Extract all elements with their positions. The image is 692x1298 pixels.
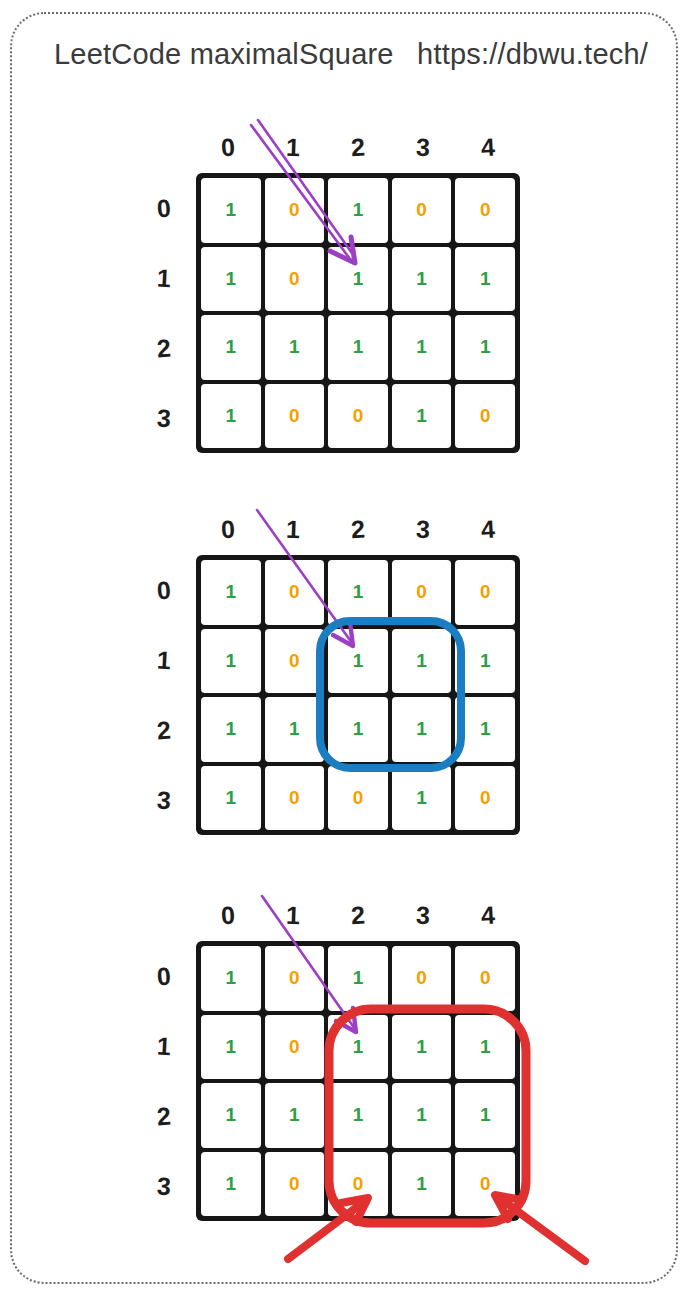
cell-r2c0: 1: [201, 315, 261, 380]
col-label-1: 1: [286, 514, 301, 543]
cell-r3c1: 0: [265, 1152, 325, 1217]
cell-r3c0: 1: [201, 766, 261, 831]
cell-r2c2: 1: [328, 1083, 388, 1148]
cell-r0c4: 0: [455, 560, 515, 625]
cell-r3c3: 1: [392, 384, 452, 449]
cell-r0c1: 0: [265, 946, 325, 1011]
cell-r1c2: 1: [328, 629, 388, 694]
col-label-3: 3: [415, 132, 430, 161]
row-label-3: 3: [156, 403, 171, 433]
cell-r1c1: 0: [265, 1015, 325, 1080]
cell-r3c1: 0: [265, 766, 325, 831]
cell-r2c0: 1: [201, 1083, 261, 1148]
page: LeetCode maximalSquare https://dbwu.tech…: [0, 0, 692, 1298]
cell-r0c0: 1: [201, 560, 261, 625]
col-labels-panel3: 01234: [196, 894, 520, 936]
col-label-1: 1: [286, 132, 301, 161]
cell-r1c0: 1: [201, 247, 261, 312]
page-url: https://dbwu.tech/: [417, 38, 648, 71]
cell-r1c1: 0: [265, 629, 325, 694]
cell-r2c0: 1: [201, 697, 261, 762]
matrix-grid-panel2: 10100101111111110010: [196, 555, 520, 835]
cell-r1c4: 1: [455, 247, 515, 312]
cell-r0c0: 1: [201, 946, 261, 1011]
cell-r0c0: 1: [201, 178, 261, 243]
cell-r2c3: 1: [392, 315, 452, 380]
cell-r3c0: 1: [201, 384, 261, 449]
cell-r0c2: 1: [328, 946, 388, 1011]
row-label-1: 1: [156, 1031, 171, 1061]
col-label-3: 3: [415, 900, 430, 929]
cell-r1c2: 1: [328, 1015, 388, 1080]
matrix-grid-panel1: 10100101111111110010: [196, 173, 520, 453]
row-label-2: 2: [156, 333, 172, 363]
col-label-4: 4: [480, 900, 495, 930]
cell-r1c2: 1: [328, 247, 388, 312]
col-label-0: 0: [221, 132, 236, 162]
cell-r0c3: 0: [392, 560, 452, 625]
cell-r3c4: 0: [455, 766, 515, 831]
cell-r1c0: 1: [201, 1015, 261, 1080]
row-label-2: 2: [156, 1101, 172, 1131]
cell-r1c4: 1: [455, 629, 515, 694]
cell-r2c1: 1: [265, 1083, 325, 1148]
cell-r3c2: 0: [328, 766, 388, 831]
header: LeetCode maximalSquare https://dbwu.tech…: [54, 36, 648, 72]
cell-r3c3: 1: [392, 1152, 452, 1217]
row-labels-panel3: 0123: [140, 941, 188, 1221]
row-label-2: 2: [156, 715, 172, 745]
cell-r0c4: 0: [455, 178, 515, 243]
cell-r2c4: 1: [455, 315, 515, 380]
row-label-1: 1: [156, 645, 171, 675]
col-label-3: 3: [415, 514, 430, 543]
cell-r1c4: 1: [455, 1015, 515, 1080]
cell-r0c3: 0: [392, 946, 452, 1011]
col-label-0: 0: [221, 514, 236, 544]
cell-r3c0: 1: [201, 1152, 261, 1217]
cell-r0c1: 0: [265, 178, 325, 243]
col-labels-panel2: 01234: [196, 508, 520, 550]
cell-r2c1: 1: [265, 697, 325, 762]
cell-r2c2: 1: [328, 315, 388, 380]
col-label-2: 2: [350, 132, 365, 162]
col-labels-panel1: 01234: [196, 126, 520, 168]
row-label-0: 0: [156, 961, 172, 991]
cell-r3c2: 0: [328, 1152, 388, 1217]
cell-r2c1: 1: [265, 315, 325, 380]
cell-r3c4: 0: [455, 1152, 515, 1217]
row-label-3: 3: [156, 1171, 171, 1201]
row-label-0: 0: [156, 193, 172, 223]
row-labels-panel1: 0123: [140, 173, 188, 453]
row-label-3: 3: [156, 785, 171, 815]
row-labels-panel2: 0123: [140, 555, 188, 835]
cell-r1c1: 0: [265, 247, 325, 312]
cell-r3c4: 0: [455, 384, 515, 449]
col-label-2: 2: [350, 514, 365, 544]
cell-r2c4: 1: [455, 697, 515, 762]
col-label-4: 4: [480, 514, 495, 544]
cell-r1c0: 1: [201, 629, 261, 694]
cell-r1c3: 1: [392, 1015, 452, 1080]
col-label-4: 4: [480, 132, 495, 162]
col-label-2: 2: [350, 900, 365, 930]
col-label-0: 0: [221, 900, 236, 930]
cell-r2c2: 1: [328, 697, 388, 762]
cell-r2c3: 1: [392, 1083, 452, 1148]
page-title: LeetCode maximalSquare: [54, 38, 394, 71]
row-label-1: 1: [156, 263, 171, 293]
cell-r1c3: 1: [392, 247, 452, 312]
cell-r0c3: 0: [392, 178, 452, 243]
col-label-1: 1: [286, 900, 301, 929]
cell-r0c2: 1: [328, 178, 388, 243]
cell-r0c1: 0: [265, 560, 325, 625]
cell-r2c3: 1: [392, 697, 452, 762]
cell-r3c3: 1: [392, 766, 452, 831]
matrix-grid-panel3: 10100101111111110010: [196, 941, 520, 1221]
cell-r2c4: 1: [455, 1083, 515, 1148]
cell-r0c2: 1: [328, 560, 388, 625]
row-label-0: 0: [156, 575, 172, 605]
cell-r1c3: 1: [392, 629, 452, 694]
cell-r3c1: 0: [265, 384, 325, 449]
cell-r0c4: 0: [455, 946, 515, 1011]
cell-r3c2: 0: [328, 384, 388, 449]
